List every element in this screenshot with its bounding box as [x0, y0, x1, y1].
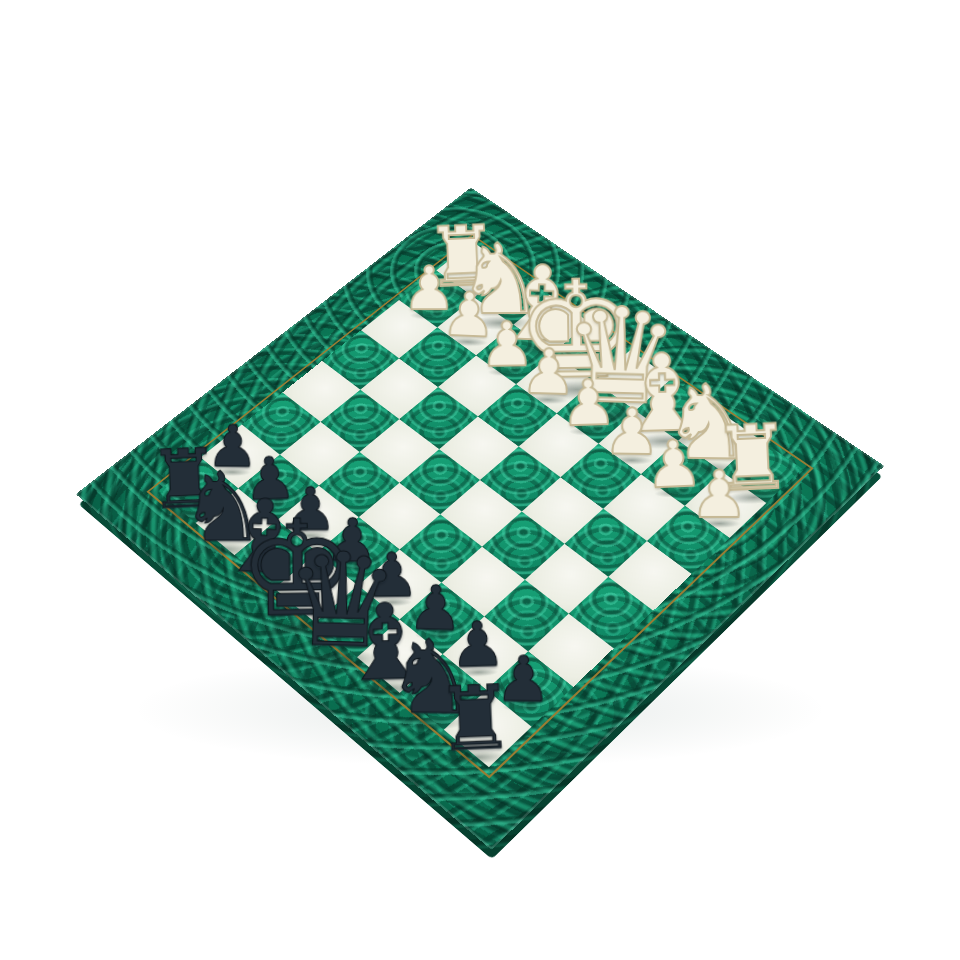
black-rook[interactable]: ♜	[434, 675, 516, 762]
photo-canvas: ♜♞♝♚♛♝♞♜♟♟♟♟♟♟♟♟♟♟♟♟♟♟♟♟♜♞♝♚♛♝♞♜	[0, 0, 960, 960]
white-pawn[interactable]: ♟	[690, 464, 748, 526]
